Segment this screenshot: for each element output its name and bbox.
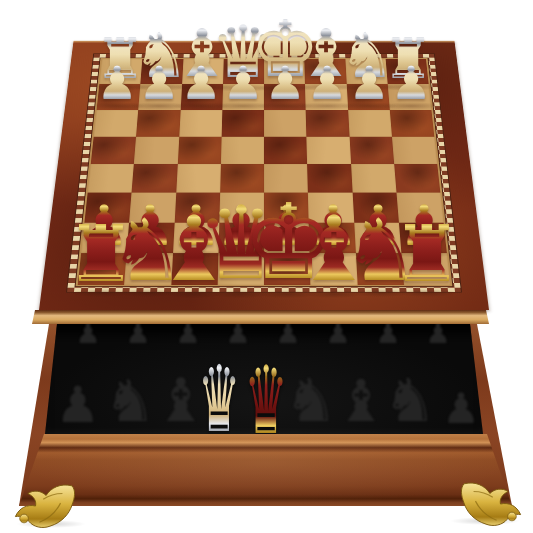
square-d5[interactable] [221,137,264,165]
square-a6[interactable] [94,110,139,137]
square-f5[interactable] [307,137,351,165]
square-d6[interactable] [221,110,264,137]
pawn-glyph: ♟ [390,60,431,106]
piece-gold-rook-h1[interactable]: ♜ [382,215,472,293]
queen-glyph: ♛ [244,354,288,448]
drawer-piece-gold-queen[interactable]: ♛ [221,354,311,448]
square-g5[interactable] [349,137,394,165]
square-c6[interactable] [179,110,222,137]
gold-claw-foot-left [10,482,88,530]
square-a5[interactable] [91,137,137,165]
foam-slot-silhouette: ♟ [426,388,496,430]
square-h6[interactable] [390,110,435,137]
gold-claw-foot-right [448,480,526,528]
square-h4[interactable] [394,164,440,193]
square-b4[interactable] [132,164,178,193]
rook-glyph: ♜ [392,215,462,293]
drawer-front-panel[interactable] [19,434,512,506]
square-e6[interactable] [264,110,307,137]
foam-slot-silhouette: ♟ [403,320,473,348]
square-b6[interactable] [136,110,180,137]
square-b5[interactable] [134,137,179,165]
square-f6[interactable] [306,110,349,137]
square-g4[interactable] [351,164,397,193]
board-side-edge [32,310,489,324]
chess-set-photo: ♟♟♟♟♟♟♟♟♟♞♝♞♝♞♟ ♛♛ ♜♞♝♛♚♝♞♜♟♟♟♟♟♟♟♟♟♟♟♟♟… [0,0,533,533]
square-h5[interactable] [392,137,438,165]
square-c5[interactable] [177,137,221,165]
square-e5[interactable] [264,137,307,165]
square-a4[interactable] [88,164,134,193]
piece-silver-pawn-h7[interactable]: ♟ [366,60,456,106]
square-g6[interactable] [348,110,392,137]
